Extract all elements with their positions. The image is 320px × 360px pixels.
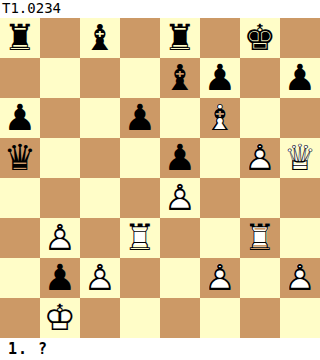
square-b1[interactable]: ♚♔ bbox=[40, 298, 80, 338]
square-g4[interactable] bbox=[240, 178, 280, 218]
piece-white-rook[interactable]: ♜♖ bbox=[120, 218, 160, 258]
square-c3[interactable] bbox=[80, 218, 120, 258]
piece-black-queen[interactable]: ♛ bbox=[0, 138, 40, 178]
piece-black-bishop[interactable]: ♝ bbox=[80, 18, 120, 58]
piece-black-pawn[interactable]: ♟ bbox=[0, 98, 40, 138]
puzzle-id: T1.0234 bbox=[0, 0, 320, 18]
square-f6[interactable]: ♝♗ bbox=[200, 98, 240, 138]
square-d5[interactable] bbox=[120, 138, 160, 178]
square-c7[interactable] bbox=[80, 58, 120, 98]
square-g1[interactable] bbox=[240, 298, 280, 338]
square-d6[interactable]: ♟ bbox=[120, 98, 160, 138]
square-f8[interactable] bbox=[200, 18, 240, 58]
square-f5[interactable] bbox=[200, 138, 240, 178]
square-d8[interactable] bbox=[120, 18, 160, 58]
square-d1[interactable] bbox=[120, 298, 160, 338]
square-b7[interactable] bbox=[40, 58, 80, 98]
square-c8[interactable]: ♝ bbox=[80, 18, 120, 58]
square-c2[interactable]: ♟♙ bbox=[80, 258, 120, 298]
square-f3[interactable] bbox=[200, 218, 240, 258]
piece-black-king[interactable]: ♚ bbox=[240, 18, 280, 58]
square-a1[interactable] bbox=[0, 298, 40, 338]
piece-white-pawn[interactable]: ♟♙ bbox=[160, 178, 200, 218]
square-a8[interactable]: ♜ bbox=[0, 18, 40, 58]
chess-puzzle-window: T1.0234 ♜♝♜♚♝♟♟♟♟♝♗♛♟♟♙♛♕♟♙♟♙♜♖♜♖♟♟♙♟♙♟♙… bbox=[0, 0, 320, 360]
piece-black-rook[interactable]: ♜ bbox=[160, 18, 200, 58]
piece-white-bishop[interactable]: ♝♗ bbox=[200, 98, 240, 138]
square-a6[interactable]: ♟ bbox=[0, 98, 40, 138]
square-d3[interactable]: ♜♖ bbox=[120, 218, 160, 258]
square-f1[interactable] bbox=[200, 298, 240, 338]
square-h8[interactable] bbox=[280, 18, 320, 58]
square-a2[interactable] bbox=[0, 258, 40, 298]
square-h1[interactable] bbox=[280, 298, 320, 338]
square-g7[interactable] bbox=[240, 58, 280, 98]
piece-white-king[interactable]: ♚♔ bbox=[40, 298, 80, 338]
piece-black-pawn[interactable]: ♟ bbox=[200, 58, 240, 98]
square-f4[interactable] bbox=[200, 178, 240, 218]
square-f2[interactable]: ♟♙ bbox=[200, 258, 240, 298]
square-a3[interactable] bbox=[0, 218, 40, 258]
piece-white-pawn[interactable]: ♟♙ bbox=[240, 138, 280, 178]
square-a7[interactable] bbox=[0, 58, 40, 98]
piece-white-queen[interactable]: ♛♕ bbox=[280, 138, 320, 178]
square-a4[interactable] bbox=[0, 178, 40, 218]
square-g5[interactable]: ♟♙ bbox=[240, 138, 280, 178]
square-b2[interactable]: ♟ bbox=[40, 258, 80, 298]
square-e5[interactable]: ♟ bbox=[160, 138, 200, 178]
chess-board: ♜♝♜♚♝♟♟♟♟♝♗♛♟♟♙♛♕♟♙♟♙♜♖♜♖♟♟♙♟♙♟♙♚♔ bbox=[0, 18, 320, 338]
square-e2[interactable] bbox=[160, 258, 200, 298]
square-h4[interactable] bbox=[280, 178, 320, 218]
piece-white-pawn[interactable]: ♟♙ bbox=[200, 258, 240, 298]
piece-black-rook[interactable]: ♜ bbox=[0, 18, 40, 58]
square-h3[interactable] bbox=[280, 218, 320, 258]
square-e4[interactable]: ♟♙ bbox=[160, 178, 200, 218]
piece-black-bishop[interactable]: ♝ bbox=[160, 58, 200, 98]
square-e1[interactable] bbox=[160, 298, 200, 338]
piece-black-pawn[interactable]: ♟ bbox=[40, 258, 80, 298]
piece-white-rook[interactable]: ♜♖ bbox=[240, 218, 280, 258]
square-e3[interactable] bbox=[160, 218, 200, 258]
square-g8[interactable]: ♚ bbox=[240, 18, 280, 58]
square-c5[interactable] bbox=[80, 138, 120, 178]
square-b8[interactable] bbox=[40, 18, 80, 58]
square-b5[interactable] bbox=[40, 138, 80, 178]
move-prompt: 1. ? bbox=[0, 338, 320, 360]
square-c6[interactable] bbox=[80, 98, 120, 138]
square-c4[interactable] bbox=[80, 178, 120, 218]
square-g6[interactable] bbox=[240, 98, 280, 138]
piece-black-pawn[interactable]: ♟ bbox=[160, 138, 200, 178]
square-d2[interactable] bbox=[120, 258, 160, 298]
square-h7[interactable]: ♟ bbox=[280, 58, 320, 98]
square-b6[interactable] bbox=[40, 98, 80, 138]
square-h2[interactable]: ♟♙ bbox=[280, 258, 320, 298]
square-e7[interactable]: ♝ bbox=[160, 58, 200, 98]
square-a5[interactable]: ♛ bbox=[0, 138, 40, 178]
square-f7[interactable]: ♟ bbox=[200, 58, 240, 98]
square-b3[interactable]: ♟♙ bbox=[40, 218, 80, 258]
piece-white-pawn[interactable]: ♟♙ bbox=[80, 258, 120, 298]
square-h5[interactable]: ♛♕ bbox=[280, 138, 320, 178]
square-d7[interactable] bbox=[120, 58, 160, 98]
piece-black-pawn[interactable]: ♟ bbox=[280, 58, 320, 98]
square-g2[interactable] bbox=[240, 258, 280, 298]
square-g3[interactable]: ♜♖ bbox=[240, 218, 280, 258]
square-c1[interactable] bbox=[80, 298, 120, 338]
square-b4[interactable] bbox=[40, 178, 80, 218]
square-e8[interactable]: ♜ bbox=[160, 18, 200, 58]
square-e6[interactable] bbox=[160, 98, 200, 138]
piece-white-pawn[interactable]: ♟♙ bbox=[280, 258, 320, 298]
square-d4[interactable] bbox=[120, 178, 160, 218]
square-h6[interactable] bbox=[280, 98, 320, 138]
piece-black-pawn[interactable]: ♟ bbox=[120, 98, 160, 138]
piece-white-pawn[interactable]: ♟♙ bbox=[40, 218, 80, 258]
